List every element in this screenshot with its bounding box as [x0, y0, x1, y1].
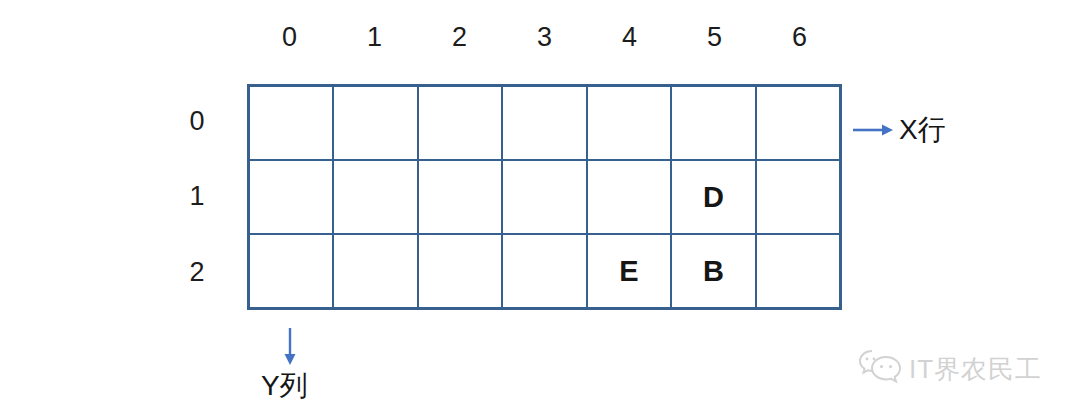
grid-cell: [418, 160, 502, 234]
wechat-icon: [858, 348, 902, 391]
column-header: 6: [757, 20, 842, 54]
column-header: 4: [587, 20, 672, 54]
grid-cell: [671, 86, 755, 160]
grid-cell-letter-e: E: [587, 234, 671, 308]
column-header: 0: [247, 20, 332, 54]
grid-cell: [333, 160, 417, 234]
grid-cell: [587, 86, 671, 160]
grid-cell: [333, 86, 417, 160]
grid-cell: [249, 86, 333, 160]
grid-cell-letter-b: B: [671, 234, 755, 308]
x-axis-arrow-icon: [852, 121, 894, 143]
grid-cell: [502, 160, 586, 234]
grid-cell: [249, 234, 333, 308]
grid-cell: [502, 234, 586, 308]
grid-cell: [587, 160, 671, 234]
x-axis-label: X行: [899, 111, 946, 149]
row-header: 0: [168, 84, 226, 159]
grid-board: D E B: [247, 84, 842, 310]
grid-cell: [418, 86, 502, 160]
row-headers: 0 1 2: [168, 84, 226, 310]
y-axis-label: Y列: [261, 367, 308, 405]
column-header: 1: [332, 20, 417, 54]
watermark: IT界农民工: [858, 348, 1042, 391]
y-axis-arrow-icon: [281, 328, 299, 370]
diagram-canvas: 0 1 2 3 4 5 6 0 1 2 D E B: [0, 0, 1080, 417]
watermark-text: IT界农民工: [909, 352, 1042, 387]
grid-cell: [756, 160, 840, 234]
column-header: 3: [502, 20, 587, 54]
grid-cell-letter-d: D: [671, 160, 755, 234]
grid-cell: [249, 160, 333, 234]
grid-cell: [756, 86, 840, 160]
column-headers: 0 1 2 3 4 5 6: [247, 20, 842, 54]
column-header: 2: [417, 20, 502, 54]
grid-cell: [418, 234, 502, 308]
grid-cell: [502, 86, 586, 160]
column-header: 5: [672, 20, 757, 54]
row-header: 1: [168, 159, 226, 234]
grid-cell: [333, 234, 417, 308]
grid-cell: [756, 234, 840, 308]
row-header: 2: [168, 235, 226, 310]
